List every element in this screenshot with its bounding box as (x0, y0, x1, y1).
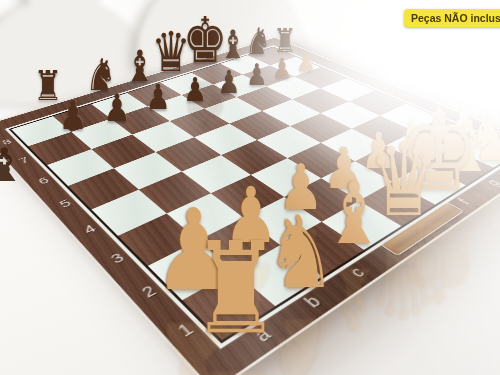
product-photo-stage: ♟♟ 12345678 abcdefgh ♝ ♜♞♝♛♚♚♝♞♜♟♟♟♟♟♟♟♟… (0, 0, 500, 375)
black-pawn[interactable]: ♟ (145, 80, 170, 115)
black-knight[interactable]: ♞ (245, 23, 272, 60)
black-pawn[interactable]: ♟ (183, 73, 207, 106)
pieces-layer: ♜♞♝♛♚♚♝♞♜♟♟♟♟♟♟♟♟♟♟♟♟♟♟♟♟♟♟♟♜♜♞♞♝♝♛♛♚♚♝♝… (0, 0, 500, 375)
black-pawn[interactable]: ♟ (246, 60, 268, 90)
black-pawn[interactable]: ♟ (59, 95, 88, 135)
black-pawn[interactable]: ♟ (272, 55, 292, 83)
black-pawn[interactable]: ♟ (218, 66, 241, 98)
pieces-not-included-badge: Peças NÃO inclusas (404, 9, 500, 27)
black-pawn[interactable]: ♟ (103, 89, 130, 127)
black-pawn[interactable]: ♟ (296, 48, 316, 76)
white-rook[interactable]: ♜ (191, 226, 281, 352)
